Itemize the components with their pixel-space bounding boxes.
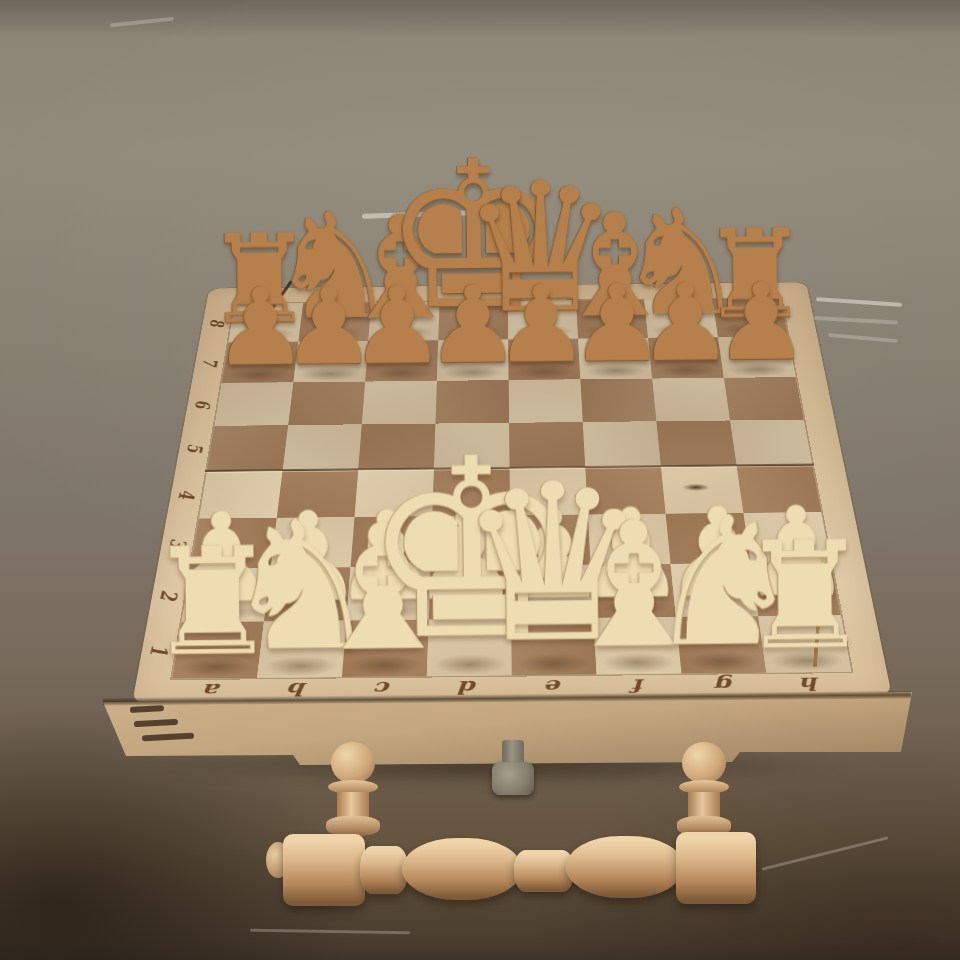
scratch-mark	[250, 929, 410, 935]
latch-knob	[492, 762, 534, 795]
handle-post-left	[325, 742, 381, 836]
chess-board: ♜♞♝♚♛♝♞♜♟♟♟♟♟♟♟♟♟♟♟♟♟♟♟♟♜♞♝♚♛♝♞♜ 1234567…	[132, 282, 892, 704]
square-g6	[652, 378, 730, 421]
square-a5	[207, 425, 288, 471]
square-b6	[288, 382, 365, 425]
handle-bar-segment	[360, 846, 408, 894]
rank-label-1: 1	[143, 640, 176, 660]
handle-hex-end-left	[283, 834, 365, 906]
square-f6	[580, 379, 656, 422]
board-frame: ♜♞♝♚♛♝♞♜♟♟♟♟♟♟♟♟♟♟♟♟♟♟♟♟♜♞♝♚♛♝♞♜ 1234567…	[132, 282, 892, 704]
square-h6	[724, 377, 804, 420]
rank-label-7: 7	[197, 355, 224, 369]
square-g5	[656, 420, 736, 466]
square-h7: ♟	[718, 337, 796, 378]
board-squares: ♜♞♝♚♛♝♞♜♟♟♟♟♟♟♟♟♟♟♟♟♟♟♟♟♜♞♝♚♛♝♞♜	[172, 298, 851, 679]
handle-bar-waist	[514, 850, 574, 892]
scratch-mark	[816, 297, 902, 307]
piece-white-rook: ♜	[738, 521, 872, 670]
rank-label-5: 5	[181, 440, 210, 456]
scratch-mark	[110, 17, 174, 28]
square-h1: ♜	[758, 615, 851, 672]
rank-label-3: 3	[163, 534, 194, 552]
handle-post-right	[676, 742, 732, 836]
square-a6	[214, 382, 293, 426]
scratch-mark	[828, 333, 898, 343]
rank-label-8: 8	[204, 316, 230, 330]
scratch-mark	[762, 836, 889, 870]
scratch-mark	[802, 315, 898, 324]
square-h5	[730, 420, 812, 466]
handle-post-flare	[326, 816, 380, 836]
handle-hex-end-right	[676, 832, 756, 904]
handle-bar-bulge-left	[402, 838, 522, 900]
rank-label-6: 6	[189, 397, 217, 412]
handle-bar-bulge-right	[566, 836, 684, 898]
rank-label-4: 4	[172, 486, 202, 503]
rank-label-2: 2	[153, 586, 185, 605]
handle-post-ball	[682, 742, 726, 784]
piece-black-pawn: ♟	[713, 268, 810, 376]
square-g7: ♟	[648, 337, 724, 378]
square-b5	[283, 424, 362, 470]
handle-post-ball	[331, 742, 375, 784]
